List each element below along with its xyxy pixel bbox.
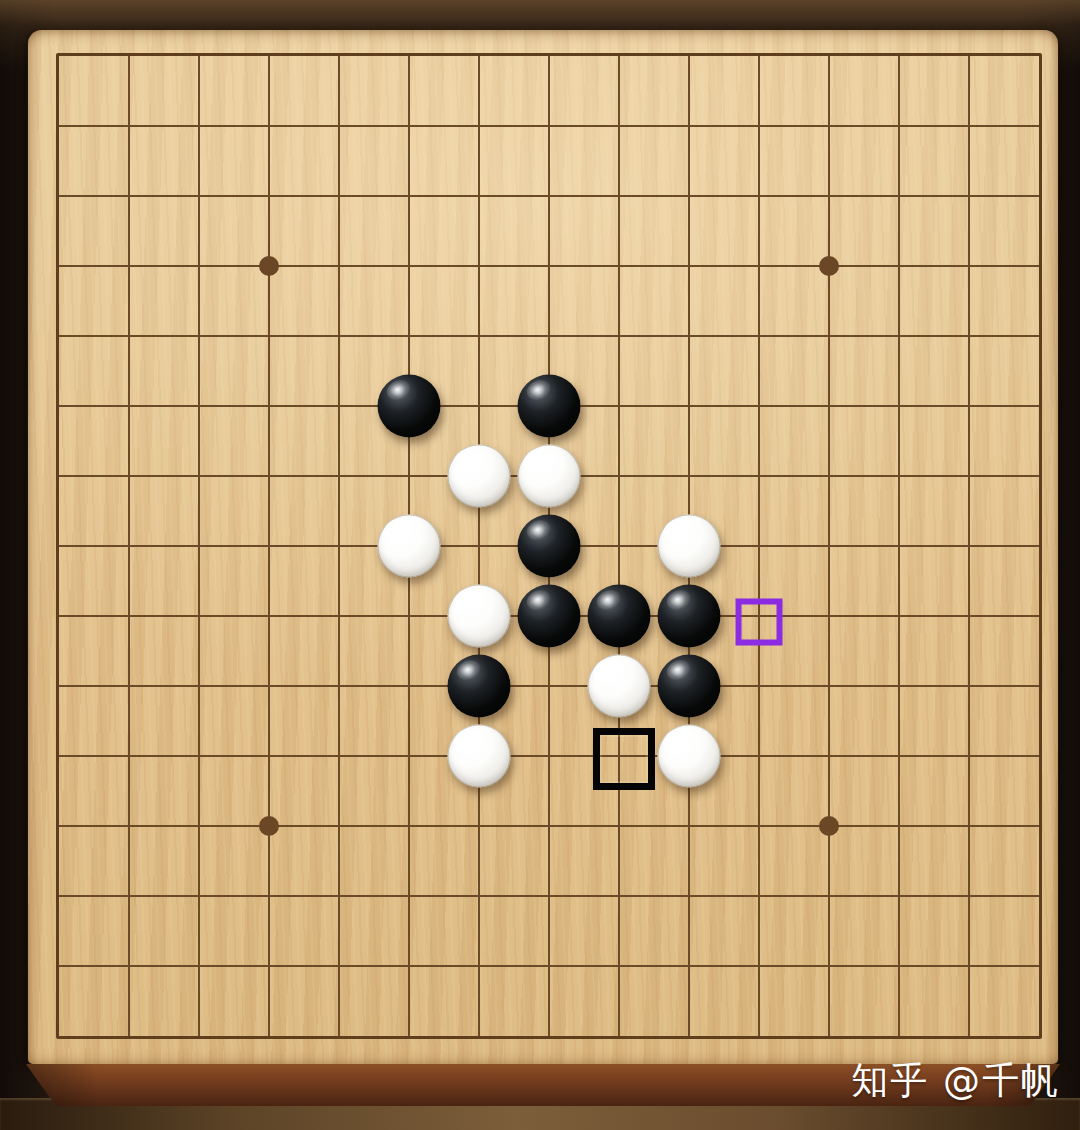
stone-gloss-highlight: [453, 728, 487, 757]
grid-line-vertical: [898, 56, 900, 1036]
white-stone: [448, 445, 511, 508]
star-point: [819, 256, 839, 276]
black-stone: [448, 655, 511, 718]
black-square-marker: [593, 728, 655, 790]
stone-gloss-highlight: [384, 376, 414, 402]
goban-board: [28, 30, 1058, 1064]
black-stone: [588, 585, 651, 648]
star-point: [259, 256, 279, 276]
stone-gloss-highlight: [383, 518, 417, 547]
stone-gloss-highlight: [663, 518, 697, 547]
grid-line-horizontal: [59, 895, 1039, 897]
stone-gloss-highlight: [453, 448, 487, 477]
black-stone: [658, 655, 721, 718]
black-stone: [518, 515, 581, 578]
white-stone: [448, 585, 511, 648]
grid-line-horizontal: [59, 685, 1039, 687]
stone-gloss-highlight: [523, 448, 557, 477]
white-stone: [658, 515, 721, 578]
stone-gloss-highlight: [524, 376, 554, 402]
watermark-text: 知乎 @千帆: [851, 1062, 1060, 1099]
star-point: [819, 816, 839, 836]
white-stone: [378, 515, 441, 578]
black-stone: [518, 585, 581, 648]
stone-gloss-highlight: [524, 586, 554, 612]
stone-gloss-highlight: [454, 656, 484, 682]
stone-gloss-highlight: [524, 516, 554, 542]
stone-gloss-highlight: [593, 658, 627, 687]
grid-line-horizontal: [59, 755, 1039, 757]
grid-line-horizontal: [59, 965, 1039, 967]
purple-square-marker: [736, 599, 783, 646]
grid-line-vertical: [618, 56, 620, 1036]
grid-line-vertical: [758, 56, 760, 1036]
white-stone: [448, 725, 511, 788]
stone-gloss-highlight: [453, 588, 487, 617]
black-stone: [378, 375, 441, 438]
stone-gloss-highlight: [664, 586, 694, 612]
board-grid[interactable]: [56, 53, 1042, 1039]
black-stone: [518, 375, 581, 438]
white-stone: [518, 445, 581, 508]
white-stone: [658, 725, 721, 788]
star-point: [259, 816, 279, 836]
grid-line-vertical: [828, 56, 830, 1036]
white-stone: [588, 655, 651, 718]
stone-gloss-highlight: [664, 656, 694, 682]
grid-line-vertical: [968, 56, 970, 1036]
stone-gloss-highlight: [594, 586, 624, 612]
gomoku-screenshot: 知乎 @千帆: [0, 0, 1080, 1130]
stone-gloss-highlight: [663, 728, 697, 757]
grid-line-horizontal: [59, 825, 1039, 827]
black-stone: [658, 585, 721, 648]
